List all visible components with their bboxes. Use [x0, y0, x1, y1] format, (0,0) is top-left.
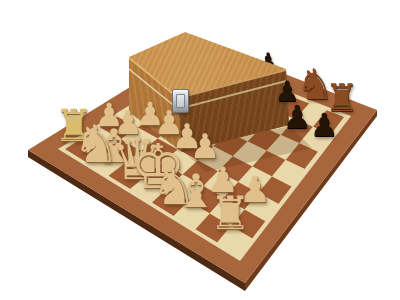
chess-board [0, 0, 400, 300]
chess-set-photo: ♟ ♟♞♜♟♟♟♟♟♟♜♟♟♝♞♛♚♟♟♞♝♜ [0, 0, 400, 300]
